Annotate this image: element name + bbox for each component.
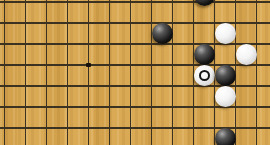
black-stone[interactable] [194,0,215,6]
white-stone[interactable] [215,23,236,44]
last-move-marker [199,70,210,81]
black-stone[interactable] [215,128,236,145]
grid-hline [0,43,270,44]
grid-hline [0,106,270,107]
white-stone[interactable] [236,44,257,65]
grid-hline [0,1,270,2]
go-app-view [0,0,270,145]
black-stone[interactable] [152,23,173,44]
star-point [86,63,91,68]
black-stone[interactable] [194,44,215,65]
white-stone[interactable] [194,65,215,86]
black-stone[interactable] [215,65,236,86]
go-board[interactable] [0,0,270,145]
white-stone[interactable] [215,86,236,107]
